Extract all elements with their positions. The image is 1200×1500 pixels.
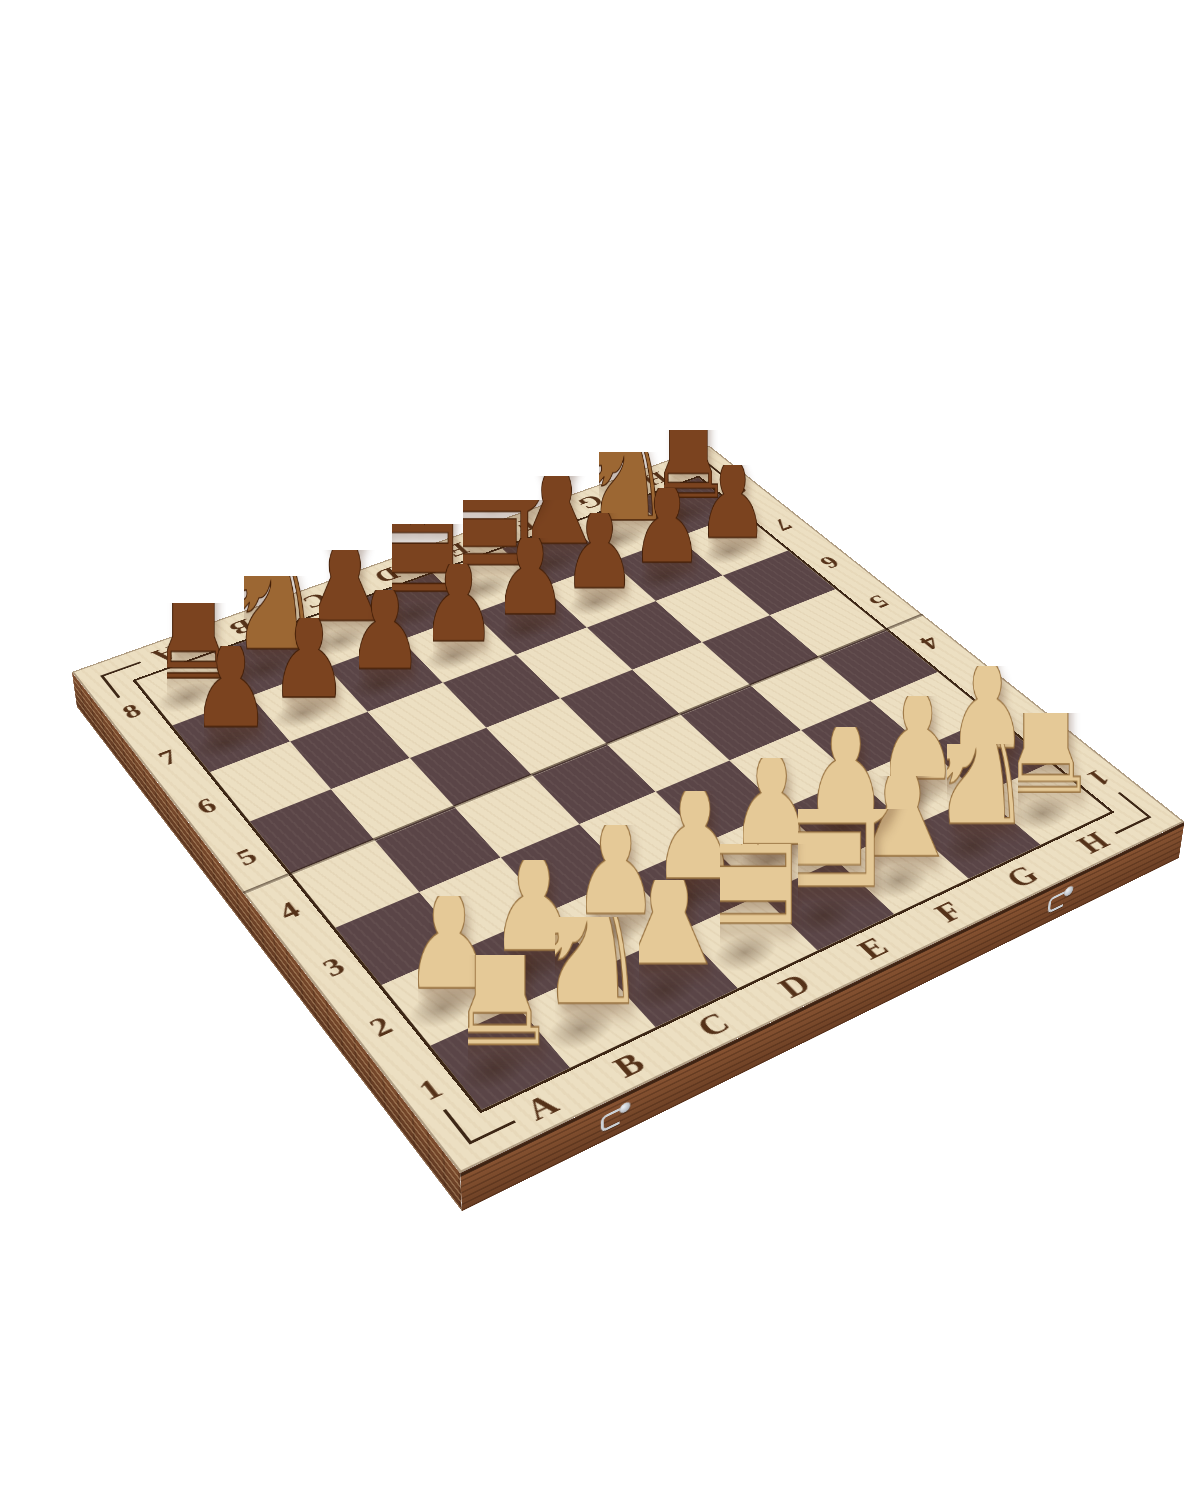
rank-label-5-text: 5 — [231, 844, 261, 869]
file-label-a-text: A — [519, 1089, 565, 1126]
piece-white-knight-b1: ♞ — [555, 917, 617, 1017]
rank-label-8-text: 8 — [118, 700, 146, 722]
file-label-f-text: F — [929, 897, 970, 927]
rank-label-2-text: 2 — [364, 1012, 398, 1041]
rank-label-4-text: 4 — [273, 897, 304, 923]
file-label-b-text: B — [607, 1048, 651, 1083]
file-label-g-text: G — [1000, 861, 1045, 892]
piece-white-rook-a1: ♜ — [468, 955, 531, 1057]
rank-label-6-text: 6 — [192, 794, 221, 818]
clasp-screw-icon — [1064, 884, 1074, 897]
clasp-hook-icon — [1047, 891, 1064, 914]
rank-label-3-text: 3 — [317, 953, 349, 981]
queen-cone-finial — [410, 405, 426, 433]
playing-field: ♜♞♝♛♚♝♞♜♟♟♟♟♟♟♟♟♟♟♟♟♟♟♟♟♜♞♝♛♚♝♞♜ — [136, 478, 1110, 1110]
chess-board: ABCDEFGH 87654321 87654321 ABCDEFGH ♜♞♝♛… — [72, 446, 1185, 1173]
rank-label-1-text: 1 — [413, 1074, 448, 1105]
file-label-c-text: C — [691, 1008, 736, 1043]
rank-label-6-text: 6 — [815, 553, 844, 572]
metal-clasp — [1048, 884, 1074, 912]
photo-scene: ABCDEFGH 87654321 87654321 ABCDEFGH ♜♞♝♛… — [0, 0, 1200, 1500]
clasp-screw-icon — [619, 1101, 630, 1115]
file-label-d-text: D — [772, 969, 817, 1002]
metal-clasp — [600, 1101, 630, 1132]
rook-glyph: ♜ — [438, 857, 562, 1080]
file-label-e-text: E — [852, 933, 895, 965]
file-label-h-text: H — [1071, 828, 1116, 858]
rank-label-7-text: 7 — [769, 516, 797, 534]
clasp-hook-icon — [600, 1108, 619, 1133]
rank-label-7-text: 7 — [154, 746, 182, 769]
queen-cone-finial — [740, 703, 759, 736]
